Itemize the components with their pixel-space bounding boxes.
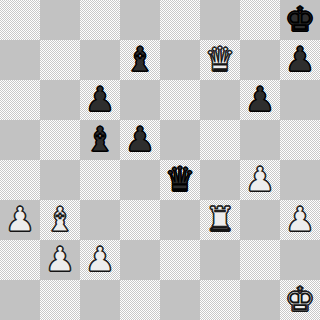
square-f1[interactable]: [200, 280, 240, 320]
square-b4[interactable]: [40, 160, 80, 200]
square-f7[interactable]: ♛: [200, 40, 240, 80]
square-g8[interactable]: [240, 0, 280, 40]
square-c7[interactable]: [80, 40, 120, 80]
square-b5[interactable]: [40, 120, 80, 160]
square-a1[interactable]: [0, 280, 40, 320]
square-e8[interactable]: [160, 0, 200, 40]
square-f4[interactable]: [200, 160, 240, 200]
square-e3[interactable]: [160, 200, 200, 240]
square-h8[interactable]: ♚: [280, 0, 320, 40]
square-c2[interactable]: ♟: [80, 240, 120, 280]
black-pawn-piece: ♟: [285, 40, 315, 79]
square-g3[interactable]: [240, 200, 280, 240]
square-f6[interactable]: [200, 80, 240, 120]
white-queen-piece: ♛: [205, 40, 235, 79]
square-d4[interactable]: [120, 160, 160, 200]
black-bishop-piece: ♝: [85, 120, 115, 159]
square-c4[interactable]: [80, 160, 120, 200]
white-pawn-piece: ♟: [85, 240, 115, 279]
square-a4[interactable]: [0, 160, 40, 200]
square-b1[interactable]: [40, 280, 80, 320]
white-pawn-piece: ♟: [45, 240, 75, 279]
square-f2[interactable]: [200, 240, 240, 280]
square-d3[interactable]: [120, 200, 160, 240]
white-bishop-piece: ♝: [45, 200, 75, 239]
square-h5[interactable]: [280, 120, 320, 160]
square-a6[interactable]: [0, 80, 40, 120]
white-king-piece: ♚: [285, 280, 315, 319]
square-d6[interactable]: [120, 80, 160, 120]
square-g5[interactable]: [240, 120, 280, 160]
square-e1[interactable]: [160, 280, 200, 320]
square-c3[interactable]: [80, 200, 120, 240]
chess-board: ♚♝♛♟♟♟♝♟♛♟♟♝♜♟♟♟♚: [0, 0, 320, 320]
square-e2[interactable]: [160, 240, 200, 280]
square-f5[interactable]: [200, 120, 240, 160]
square-h6[interactable]: [280, 80, 320, 120]
square-g4[interactable]: ♟: [240, 160, 280, 200]
square-h7[interactable]: ♟: [280, 40, 320, 80]
white-pawn-piece: ♟: [245, 160, 275, 199]
square-g7[interactable]: [240, 40, 280, 80]
square-a3[interactable]: ♟: [0, 200, 40, 240]
square-e4[interactable]: ♛: [160, 160, 200, 200]
square-d7[interactable]: ♝: [120, 40, 160, 80]
square-b3[interactable]: ♝: [40, 200, 80, 240]
square-e7[interactable]: [160, 40, 200, 80]
square-b7[interactable]: [40, 40, 80, 80]
square-f3[interactable]: ♜: [200, 200, 240, 240]
black-pawn-piece: ♟: [245, 80, 275, 119]
square-h2[interactable]: [280, 240, 320, 280]
square-h3[interactable]: ♟: [280, 200, 320, 240]
square-c6[interactable]: ♟: [80, 80, 120, 120]
black-pawn-piece: ♟: [125, 120, 155, 159]
square-h1[interactable]: ♚: [280, 280, 320, 320]
white-pawn-piece: ♟: [285, 200, 315, 239]
square-h4[interactable]: [280, 160, 320, 200]
black-queen-piece: ♛: [165, 160, 195, 199]
square-c5[interactable]: ♝: [80, 120, 120, 160]
square-a7[interactable]: [0, 40, 40, 80]
square-a2[interactable]: [0, 240, 40, 280]
square-d5[interactable]: ♟: [120, 120, 160, 160]
square-d1[interactable]: [120, 280, 160, 320]
square-a8[interactable]: [0, 0, 40, 40]
square-b6[interactable]: [40, 80, 80, 120]
black-king-piece: ♚: [285, 0, 315, 39]
square-b2[interactable]: ♟: [40, 240, 80, 280]
square-c1[interactable]: [80, 280, 120, 320]
square-c8[interactable]: [80, 0, 120, 40]
square-g2[interactable]: [240, 240, 280, 280]
square-a5[interactable]: [0, 120, 40, 160]
black-pawn-piece: ♟: [85, 80, 115, 119]
black-bishop-piece: ♝: [125, 40, 155, 79]
square-g1[interactable]: [240, 280, 280, 320]
square-e6[interactable]: [160, 80, 200, 120]
square-e5[interactable]: [160, 120, 200, 160]
white-pawn-piece: ♟: [5, 200, 35, 239]
square-d8[interactable]: [120, 0, 160, 40]
square-b8[interactable]: [40, 0, 80, 40]
square-d2[interactable]: [120, 240, 160, 280]
square-g6[interactable]: ♟: [240, 80, 280, 120]
square-f8[interactable]: [200, 0, 240, 40]
white-rook-piece: ♜: [205, 200, 235, 239]
